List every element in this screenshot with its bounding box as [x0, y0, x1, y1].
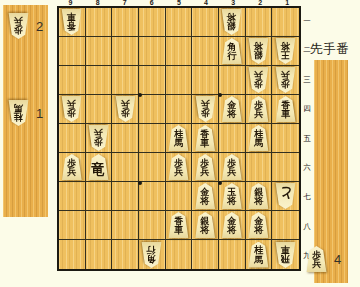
square-6二[interactable] — [139, 37, 166, 66]
piece-face: 歩兵 — [248, 96, 269, 122]
square-5二[interactable] — [166, 37, 193, 66]
square-1一[interactable] — [272, 8, 299, 37]
star-point — [138, 181, 142, 185]
shogi-piece[interactable]: と — [275, 183, 296, 209]
square-3一[interactable]: 銀将 — [219, 8, 246, 37]
square-3六[interactable]: 歩兵 — [219, 153, 246, 182]
piece-face: 歩兵 — [115, 96, 136, 122]
square-5四[interactable] — [166, 95, 193, 124]
shogi-piece[interactable]: 歩兵 — [115, 96, 136, 122]
shogi-piece[interactable]: 金将 — [221, 96, 242, 122]
square-1八[interactable] — [272, 211, 299, 240]
piece-face: 桂馬 — [248, 242, 269, 268]
square-2七[interactable]: 銀将 — [246, 182, 273, 211]
square-4三[interactable] — [192, 66, 219, 95]
file-label-5: 5 — [173, 0, 185, 6]
square-7七[interactable] — [112, 182, 139, 211]
square-9七[interactable] — [59, 182, 86, 211]
shogi-piece[interactable]: 香車 — [275, 96, 296, 122]
sente-hand-pawn[interactable]: 歩兵 4 — [306, 246, 341, 272]
shogi-piece[interactable]: 金将 — [221, 212, 242, 238]
file-label-9: 9 — [65, 0, 77, 6]
piece-face: 歩兵 — [61, 154, 82, 180]
square-6六[interactable] — [139, 153, 166, 182]
shogi-piece-pawn: 歩兵 — [8, 13, 29, 39]
shogi-piece[interactable]: 銀将 — [248, 183, 269, 209]
square-7一[interactable] — [112, 8, 139, 37]
square-5三[interactable] — [166, 66, 193, 95]
square-5一[interactable] — [166, 8, 193, 37]
shogi-app: 歩兵 2 桂馬 1 香車銀将角行銀将王将歩兵歩兵歩兵歩兵歩兵金将歩兵香車歩兵桂馬… — [0, 0, 360, 287]
square-1三[interactable]: 歩兵 — [272, 66, 299, 95]
shogi-piece[interactable]: 歩兵 — [248, 67, 269, 93]
square-7九[interactable] — [112, 240, 139, 269]
piece-face: 王将 — [275, 38, 296, 64]
square-5五[interactable]: 桂馬 — [166, 124, 193, 153]
square-6九[interactable]: 角行 — [139, 240, 166, 269]
square-4八[interactable]: 銀将 — [192, 211, 219, 240]
piece-face: 銀将 — [221, 9, 242, 35]
star-point — [218, 93, 222, 97]
shogi-piece[interactable]: 金将 — [248, 212, 269, 238]
shogi-piece[interactable]: 角行 — [141, 242, 162, 268]
file-label-8: 8 — [92, 0, 104, 6]
piece-face: 歩兵 — [168, 154, 189, 180]
square-6一[interactable] — [139, 8, 166, 37]
piece-face: 歩兵 — [221, 154, 242, 180]
turn-indicator: 先手番 — [310, 41, 356, 58]
square-8二[interactable] — [86, 37, 113, 66]
square-2五[interactable]: 桂馬 — [246, 124, 273, 153]
square-8八[interactable] — [86, 211, 113, 240]
square-2三[interactable]: 歩兵 — [246, 66, 273, 95]
shogi-piece[interactable]: 歩兵 — [248, 96, 269, 122]
shogi-piece[interactable]: 歩兵 — [61, 96, 82, 122]
square-8三[interactable] — [86, 66, 113, 95]
shogi-piece[interactable]: 竜 — [88, 154, 109, 180]
shogi-piece[interactable]: 歩兵 — [195, 154, 216, 180]
square-4六[interactable]: 歩兵 — [192, 153, 219, 182]
shogi-piece[interactable]: 香車 — [195, 125, 216, 151]
square-7八[interactable] — [112, 211, 139, 240]
square-5九[interactable] — [166, 240, 193, 269]
square-5八[interactable]: 香車 — [166, 211, 193, 240]
square-9三[interactable] — [59, 66, 86, 95]
board-grid: 香車銀将角行銀将王将歩兵歩兵歩兵歩兵歩兵金将歩兵香車歩兵桂馬香車桂馬歩兵竜歩兵歩… — [59, 8, 299, 269]
rank-label-6: 六 — [302, 163, 312, 173]
square-2八[interactable]: 金将 — [246, 211, 273, 240]
piece-face: 桂馬 — [248, 125, 269, 151]
square-1四[interactable]: 香車 — [272, 95, 299, 124]
piece-face: 金将 — [195, 183, 216, 209]
square-8七[interactable] — [86, 182, 113, 211]
rank-label-3: 三 — [302, 75, 312, 85]
file-label-6: 6 — [146, 0, 158, 6]
shogi-piece[interactable]: 歩兵 — [168, 154, 189, 180]
square-2二[interactable]: 銀将 — [246, 37, 273, 66]
piece-face: 銀将 — [248, 38, 269, 64]
shogi-piece[interactable]: 桂馬 — [248, 125, 269, 151]
square-6三[interactable] — [139, 66, 166, 95]
piece-face: と — [275, 183, 296, 209]
square-4五[interactable]: 香車 — [192, 124, 219, 153]
rank-label-5: 五 — [302, 134, 312, 144]
square-4七[interactable]: 金将 — [192, 182, 219, 211]
square-1七[interactable]: と — [272, 182, 299, 211]
square-9二[interactable] — [59, 37, 86, 66]
shogi-piece[interactable]: 歩兵 — [221, 154, 242, 180]
shogi-piece[interactable]: 香車 — [61, 9, 82, 35]
square-9四[interactable]: 歩兵 — [59, 95, 86, 124]
file-label-4: 4 — [200, 0, 212, 6]
shogi-piece[interactable]: 桂馬 — [248, 242, 269, 268]
piece-face: 香車 — [61, 9, 82, 35]
piece-face: 金将 — [221, 212, 242, 238]
piece-face: 桂馬 — [168, 125, 189, 151]
piece-face: 香車 — [275, 96, 296, 122]
shogi-piece[interactable]: 金将 — [195, 183, 216, 209]
file-label-2: 2 — [254, 0, 266, 6]
square-6四[interactable] — [139, 95, 166, 124]
square-9九[interactable] — [59, 240, 86, 269]
rank-label-1: 一 — [302, 16, 312, 26]
square-2一[interactable] — [246, 8, 273, 37]
square-6八[interactable] — [139, 211, 166, 240]
rank-label-8: 八 — [302, 222, 312, 232]
piece-face: 香車 — [168, 212, 189, 238]
square-8五[interactable]: 歩兵 — [86, 124, 113, 153]
square-3四[interactable]: 金将 — [219, 95, 246, 124]
square-8六[interactable]: 竜 — [86, 153, 113, 182]
shogi-piece[interactable]: 銀将 — [248, 38, 269, 64]
square-6五[interactable] — [139, 124, 166, 153]
square-3九[interactable] — [219, 240, 246, 269]
square-7六[interactable] — [112, 153, 139, 182]
piece-face: 歩兵 — [248, 67, 269, 93]
file-label-3: 3 — [227, 0, 239, 6]
square-3八[interactable]: 金将 — [219, 211, 246, 240]
piece-face: 飛車 — [275, 242, 296, 268]
shogi-piece-knight: 桂馬 — [8, 100, 29, 126]
square-4四[interactable]: 歩兵 — [192, 95, 219, 124]
gote-hand-pawn-count: 2 — [36, 19, 43, 34]
square-7三[interactable] — [112, 66, 139, 95]
gote-hand-pawn[interactable]: 歩兵 2 — [8, 13, 43, 39]
piece-face: 歩兵 — [275, 67, 296, 93]
square-7二[interactable] — [112, 37, 139, 66]
square-5六[interactable]: 歩兵 — [166, 153, 193, 182]
square-1五[interactable] — [272, 124, 299, 153]
square-3三[interactable] — [219, 66, 246, 95]
piece-face: 玉将 — [221, 183, 242, 209]
shogi-piece[interactable]: 銀将 — [195, 212, 216, 238]
rank-label-7: 七 — [302, 192, 312, 202]
square-9六[interactable]: 歩兵 — [59, 153, 86, 182]
square-6七[interactable] — [139, 182, 166, 211]
shogi-piece[interactable]: 王将 — [275, 38, 296, 64]
shogi-piece[interactable]: 角行 — [221, 38, 242, 64]
piece-face: 角行 — [221, 38, 242, 64]
gote-hand-knight-count: 1 — [36, 106, 43, 121]
star-point — [218, 181, 222, 185]
piece-face: 歩兵 — [195, 96, 216, 122]
shogi-piece[interactable]: 銀将 — [221, 9, 242, 35]
square-1九[interactable]: 飛車 — [272, 240, 299, 269]
square-1二[interactable]: 王将 — [272, 37, 299, 66]
shogi-piece[interactable]: 歩兵 — [275, 67, 296, 93]
piece-face: 角行 — [141, 242, 162, 268]
piece-face: 銀将 — [248, 183, 269, 209]
piece-face: 竜 — [88, 154, 109, 180]
square-8四[interactable] — [86, 95, 113, 124]
square-8九[interactable] — [86, 240, 113, 269]
shogi-piece-pawn: 歩兵 — [306, 246, 327, 272]
square-7五[interactable] — [112, 124, 139, 153]
rank-label-4: 四 — [302, 104, 312, 114]
square-2四[interactable]: 歩兵 — [246, 95, 273, 124]
square-3五[interactable] — [219, 124, 246, 153]
shogi-piece[interactable]: 歩兵 — [61, 154, 82, 180]
square-9八[interactable] — [59, 211, 86, 240]
square-8一[interactable] — [86, 8, 113, 37]
sente-hand-pawn-count: 4 — [334, 252, 341, 267]
square-1六[interactable] — [272, 153, 299, 182]
piece-face: 金将 — [248, 212, 269, 238]
shogi-piece[interactable]: 飛車 — [275, 242, 296, 268]
shogi-piece[interactable]: 香車 — [168, 212, 189, 238]
gote-hand-knight[interactable]: 桂馬 1 — [8, 100, 43, 126]
piece-face: 香車 — [195, 125, 216, 151]
square-4二[interactable] — [192, 37, 219, 66]
square-3二[interactable]: 角行 — [219, 37, 246, 66]
piece-face: 歩兵 — [88, 125, 109, 151]
star-point — [138, 93, 142, 97]
square-3七[interactable]: 玉将 — [219, 182, 246, 211]
shogi-piece[interactable]: 歩兵 — [88, 125, 109, 151]
square-9一[interactable]: 香車 — [59, 8, 86, 37]
piece-face: 銀将 — [195, 212, 216, 238]
shogi-piece[interactable]: 玉将 — [221, 183, 242, 209]
piece-face: 金将 — [221, 96, 242, 122]
square-2六[interactable] — [246, 153, 273, 182]
piece-face: 歩兵 — [195, 154, 216, 180]
piece-face: 歩兵 — [61, 96, 82, 122]
square-9五[interactable] — [59, 124, 86, 153]
shogi-board: 香車銀将角行銀将王将歩兵歩兵歩兵歩兵歩兵金将歩兵香車歩兵桂馬香車桂馬歩兵竜歩兵歩… — [57, 6, 301, 271]
square-5七[interactable] — [166, 182, 193, 211]
file-label-7: 7 — [119, 0, 131, 6]
square-2九[interactable]: 桂馬 — [246, 240, 273, 269]
square-4一[interactable] — [192, 8, 219, 37]
shogi-piece[interactable]: 桂馬 — [168, 125, 189, 151]
gote-hand-tray: 歩兵 2 桂馬 1 — [3, 5, 48, 217]
square-7四[interactable]: 歩兵 — [112, 95, 139, 124]
file-label-1: 1 — [281, 0, 293, 6]
shogi-piece[interactable]: 歩兵 — [195, 96, 216, 122]
square-4九[interactable] — [192, 240, 219, 269]
